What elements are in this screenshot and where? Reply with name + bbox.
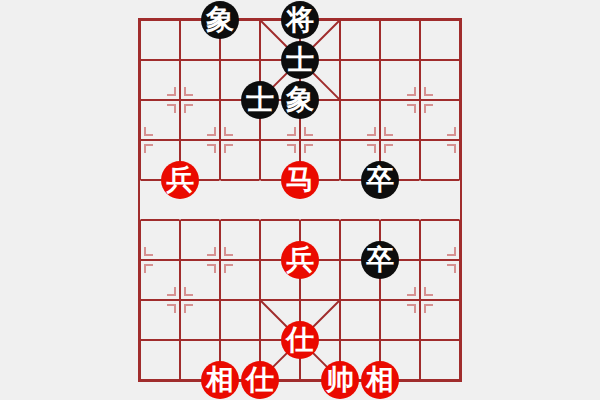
- point-marker-corner: [167, 104, 176, 113]
- red-elephant[interactable]: 相: [201, 361, 239, 399]
- point-marker: [127, 127, 153, 153]
- point-marker-corner: [144, 247, 153, 256]
- point-marker-corner: [224, 264, 233, 273]
- point-marker-corner: [144, 264, 153, 273]
- point-marker-corner: [184, 304, 193, 313]
- red-soldier[interactable]: 兵: [281, 241, 319, 279]
- point-marker-corner: [207, 264, 216, 273]
- point-marker-corner: [424, 87, 433, 96]
- board-cell[interactable]: [340, 60, 380, 100]
- point-marker-corner: [224, 144, 233, 153]
- point-marker-corner: [407, 87, 416, 96]
- black-soldier[interactable]: 卒: [361, 241, 399, 279]
- point-marker-corner: [447, 127, 456, 136]
- point-marker-corner: [207, 247, 216, 256]
- point-marker: [447, 247, 473, 273]
- black-general[interactable]: 将: [281, 1, 319, 39]
- point-marker-corner: [144, 127, 153, 136]
- point-marker-corner: [384, 144, 393, 153]
- black-soldier[interactable]: 卒: [361, 161, 399, 199]
- point-marker-corner: [407, 287, 416, 296]
- point-marker-corner: [367, 127, 376, 136]
- point-marker-corner: [167, 87, 176, 96]
- board-cell[interactable]: [140, 340, 180, 380]
- point-marker-corner: [424, 287, 433, 296]
- point-marker-corner: [207, 144, 216, 153]
- board-cell[interactable]: [420, 340, 460, 380]
- black-advisor[interactable]: 士: [241, 81, 279, 119]
- board-cell[interactable]: [140, 20, 180, 60]
- point-marker: [287, 127, 313, 153]
- point-marker-corner: [287, 127, 296, 136]
- xiangqi-board: 象将士士象兵马卒兵卒仕相仕帅相: [138, 18, 462, 382]
- red-soldier[interactable]: 兵: [161, 161, 199, 199]
- point-marker: [407, 87, 433, 113]
- red-general[interactable]: 帅: [321, 361, 359, 399]
- point-marker: [167, 87, 193, 113]
- point-marker-corner: [407, 304, 416, 313]
- point-marker-corner: [367, 144, 376, 153]
- board-cell[interactable]: [380, 20, 420, 60]
- board-cell[interactable]: [340, 20, 380, 60]
- river-cell[interactable]: [420, 180, 460, 220]
- point-marker-corner: [184, 287, 193, 296]
- point-marker-corner: [224, 127, 233, 136]
- xiangqi-app: 象将士士象兵马卒兵卒仕相仕帅相: [0, 0, 600, 400]
- point-marker-corner: [424, 304, 433, 313]
- board-cell[interactable]: [220, 300, 260, 340]
- point-marker-corner: [167, 304, 176, 313]
- point-marker-corner: [447, 247, 456, 256]
- point-marker: [207, 127, 233, 153]
- river-cell[interactable]: [220, 180, 260, 220]
- red-advisor[interactable]: 仕: [281, 321, 319, 359]
- board-cell[interactable]: [340, 300, 380, 340]
- point-marker-corner: [304, 144, 313, 153]
- red-elephant[interactable]: 相: [361, 361, 399, 399]
- point-marker-corner: [167, 287, 176, 296]
- point-marker-corner: [424, 104, 433, 113]
- point-marker-corner: [447, 264, 456, 273]
- point-marker-corner: [184, 87, 193, 96]
- point-marker-corner: [224, 247, 233, 256]
- point-marker: [407, 287, 433, 313]
- red-horse[interactable]: 马: [281, 161, 319, 199]
- point-marker: [367, 127, 393, 153]
- point-marker: [167, 287, 193, 313]
- point-marker-corner: [144, 144, 153, 153]
- black-elephant[interactable]: 象: [201, 1, 239, 39]
- board-cell[interactable]: [420, 20, 460, 60]
- point-marker: [127, 247, 153, 273]
- black-advisor[interactable]: 士: [281, 41, 319, 79]
- point-marker: [207, 247, 233, 273]
- point-marker-corner: [447, 144, 456, 153]
- point-marker-corner: [184, 104, 193, 113]
- point-marker-corner: [304, 127, 313, 136]
- point-marker: [447, 127, 473, 153]
- point-marker-corner: [384, 127, 393, 136]
- point-marker-corner: [207, 127, 216, 136]
- red-advisor[interactable]: 仕: [241, 361, 279, 399]
- black-elephant[interactable]: 象: [281, 81, 319, 119]
- point-marker-corner: [287, 144, 296, 153]
- point-marker-corner: [407, 104, 416, 113]
